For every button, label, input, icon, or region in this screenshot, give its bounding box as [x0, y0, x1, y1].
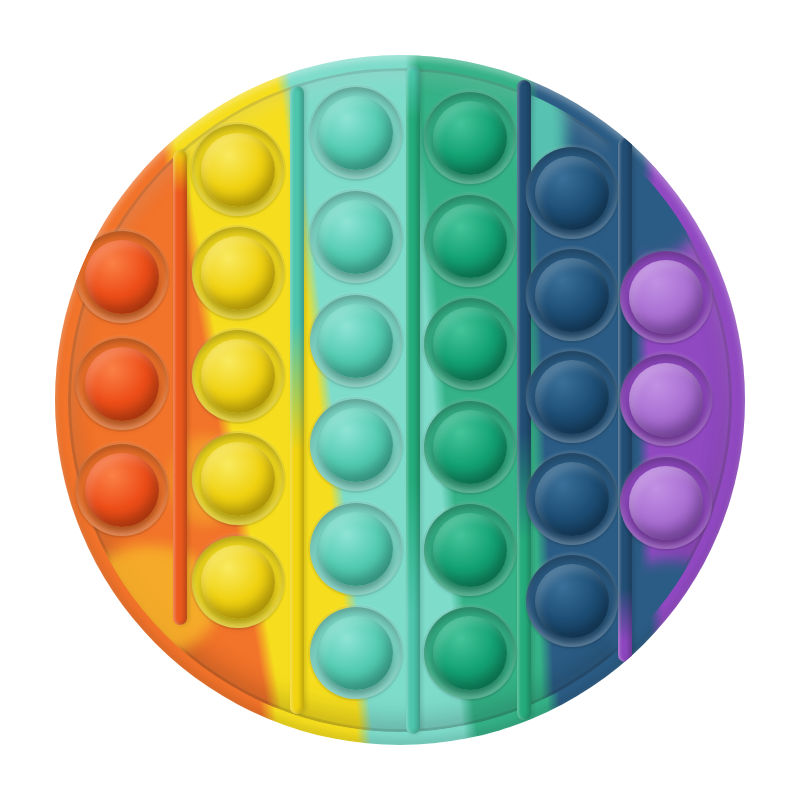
bubble-orange-2[interactable] [76, 338, 168, 430]
bubble-dome-purple-3 [629, 466, 703, 540]
bubble-yellow-3[interactable] [192, 330, 284, 422]
bubble-green-1[interactable] [424, 92, 516, 184]
bubble-navy-2[interactable] [526, 249, 618, 341]
bubble-dome-green-3 [433, 307, 507, 381]
bubble-yellow-2[interactable] [192, 227, 284, 319]
bubble-dome-green-2 [433, 204, 507, 278]
bubble-green-4[interactable] [424, 401, 516, 493]
bubble-dome-orange-3 [85, 453, 159, 527]
bubble-green-2[interactable] [424, 195, 516, 287]
column-divider-ridge-yellow-teal [290, 86, 304, 714]
bubble-yellow-1[interactable] [192, 124, 284, 216]
bubble-dome-green-4 [433, 410, 507, 484]
bubble-dome-yellow-2 [201, 236, 275, 310]
bubble-dome-navy-1 [535, 156, 609, 230]
bubble-dome-teal-6 [319, 616, 393, 690]
bubble-dome-orange-1 [85, 240, 159, 314]
bubble-dome-purple-2 [629, 363, 703, 437]
bubble-dome-teal-1 [319, 96, 393, 170]
bubble-dome-green-6 [433, 616, 507, 690]
bubble-dome-teal-2 [319, 200, 393, 274]
popit-toy [55, 55, 745, 745]
bubble-navy-5[interactable] [526, 555, 618, 647]
bubble-dome-green-5 [433, 513, 507, 587]
bubble-teal-4[interactable] [310, 399, 402, 491]
bubble-yellow-5[interactable] [192, 536, 284, 628]
bubble-dome-navy-5 [535, 564, 609, 638]
bubble-teal-2[interactable] [310, 191, 402, 283]
bubble-dome-teal-3 [319, 304, 393, 378]
bubble-dome-purple-1 [629, 260, 703, 334]
bubble-green-3[interactable] [424, 298, 516, 390]
bubble-teal-6[interactable] [310, 607, 402, 699]
bubble-yellow-4[interactable] [192, 433, 284, 525]
bubble-dome-navy-4 [535, 462, 609, 536]
bubble-dome-navy-2 [535, 258, 609, 332]
bubble-dome-yellow-1 [201, 133, 275, 207]
bubble-dome-green-1 [433, 101, 507, 175]
bubble-dome-teal-5 [319, 512, 393, 586]
column-divider-ridge-teal-green [406, 66, 420, 734]
bubble-navy-3[interactable] [526, 351, 618, 443]
bubble-navy-4[interactable] [526, 453, 618, 545]
bubble-navy-1[interactable] [526, 147, 618, 239]
bubble-dome-navy-3 [535, 360, 609, 434]
bubble-purple-3[interactable] [620, 457, 712, 549]
column-divider-ridge-orange-yellow [173, 150, 187, 625]
bubble-teal-5[interactable] [310, 503, 402, 595]
bubble-teal-3[interactable] [310, 295, 402, 387]
bubble-dome-teal-4 [319, 408, 393, 482]
bubble-purple-1[interactable] [620, 251, 712, 343]
bubble-green-5[interactable] [424, 504, 516, 596]
bubble-dome-yellow-3 [201, 339, 275, 413]
bubble-dome-orange-2 [85, 347, 159, 421]
bubble-green-6[interactable] [424, 607, 516, 699]
product-photo-background [0, 0, 800, 800]
bubble-purple-2[interactable] [620, 354, 712, 446]
bubble-dome-yellow-5 [201, 545, 275, 619]
bubble-orange-3[interactable] [76, 444, 168, 536]
bubble-orange-1[interactable] [76, 231, 168, 323]
bubble-dome-yellow-4 [201, 442, 275, 516]
bubble-teal-1[interactable] [310, 87, 402, 179]
